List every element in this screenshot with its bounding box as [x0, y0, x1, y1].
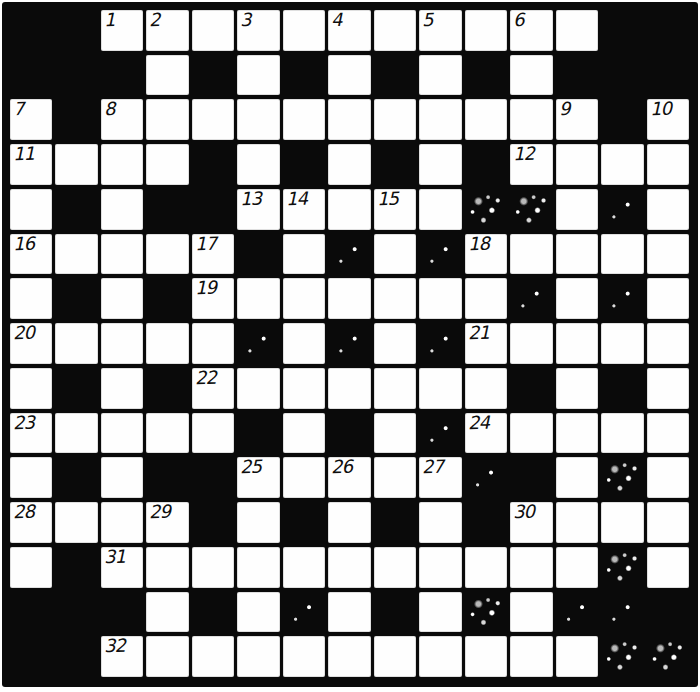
black-square-r12c11	[465, 502, 507, 543]
black-square-r12c9	[374, 502, 416, 543]
white-square-r14c12[interactable]	[510, 592, 552, 633]
white-square-r9c9[interactable]	[374, 368, 416, 409]
black-square-r13c14	[601, 547, 643, 588]
black-square-r5c2	[55, 189, 97, 230]
black-square-r9c14	[601, 368, 643, 409]
white-square-r10c3[interactable]	[101, 413, 143, 454]
black-square-r14c11	[465, 592, 507, 633]
white-square-r12c15[interactable]	[647, 502, 689, 543]
white-square-r3c12[interactable]	[510, 99, 552, 140]
clue-number-21: 21	[467, 324, 489, 344]
white-square-r1c11[interactable]	[465, 10, 507, 51]
black-square-r15c14	[601, 636, 643, 677]
black-square-r2c14	[601, 55, 643, 96]
white-square-r7c13[interactable]	[556, 278, 598, 319]
white-square-r1c13[interactable]	[556, 10, 598, 51]
white-square-r10c9[interactable]	[374, 413, 416, 454]
white-square-r8c11[interactable]: 21	[465, 323, 507, 364]
black-square-r14c14	[601, 592, 643, 633]
black-square-r14c15	[647, 592, 689, 633]
black-square-r12c7	[283, 502, 325, 543]
white-square-r14c8[interactable]	[328, 592, 370, 633]
black-square-r12c5	[192, 502, 234, 543]
white-square-r7c11[interactable]	[465, 278, 507, 319]
white-square-r11c10[interactable]: 27	[419, 457, 461, 498]
white-square-r9c11[interactable]	[465, 368, 507, 409]
white-square-r1c9[interactable]	[374, 10, 416, 51]
black-square-r8c6	[237, 323, 279, 364]
white-square-r10c11[interactable]: 24	[465, 413, 507, 454]
clue-number-10: 10	[649, 100, 671, 120]
white-square-r7c1[interactable]	[10, 278, 52, 319]
white-square-r7c3[interactable]	[101, 278, 143, 319]
white-square-r12c14[interactable]	[601, 502, 643, 543]
black-square-r11c14	[601, 457, 643, 498]
black-square-r9c4	[146, 368, 188, 409]
white-square-r7c8[interactable]	[328, 278, 370, 319]
black-square-r6c10	[419, 234, 461, 275]
white-square-r13c3[interactable]: 31	[101, 547, 143, 588]
white-square-r15c8[interactable]	[328, 636, 370, 677]
black-square-r1c15	[647, 10, 689, 51]
clue-number-24: 24	[467, 413, 489, 433]
white-square-r13c11[interactable]	[465, 547, 507, 588]
white-square-r7c10[interactable]	[419, 278, 461, 319]
white-square-r9c1[interactable]	[10, 368, 52, 409]
black-square-r6c6	[237, 234, 279, 275]
white-square-r11c3[interactable]	[101, 457, 143, 498]
clue-number-1: 1	[104, 11, 115, 30]
black-square-r14c13	[556, 592, 598, 633]
white-square-r3c8[interactable]	[328, 99, 370, 140]
black-square-r7c14	[601, 278, 643, 319]
white-square-r9c3[interactable]	[101, 368, 143, 409]
black-square-r6c8	[328, 234, 370, 275]
white-square-r1c5[interactable]	[192, 10, 234, 51]
clue-number-20: 20	[13, 324, 35, 344]
white-square-r3c7[interactable]	[283, 99, 325, 140]
clue-number-19: 19	[195, 279, 217, 299]
black-square-r3c14	[601, 99, 643, 140]
white-square-r3c15[interactable]: 10	[647, 99, 689, 140]
clue-number-28: 28	[13, 503, 35, 523]
black-square-r2c9	[374, 55, 416, 96]
white-square-r13c10[interactable]	[419, 547, 461, 588]
white-square-r6c7[interactable]	[283, 234, 325, 275]
clue-number-2: 2	[149, 11, 160, 30]
white-square-r5c15[interactable]	[647, 189, 689, 230]
white-square-r10c7[interactable]	[283, 413, 325, 454]
white-square-r11c6[interactable]: 25	[237, 457, 279, 498]
black-square-r4c5	[192, 144, 234, 185]
white-square-r12c12[interactable]: 30	[510, 502, 552, 543]
white-square-r6c12[interactable]	[510, 234, 552, 275]
clue-number-25: 25	[240, 458, 262, 478]
black-square-r15c1	[10, 636, 52, 677]
black-square-r10c6	[237, 413, 279, 454]
clue-number-22: 22	[195, 369, 217, 389]
white-square-r15c4[interactable]	[146, 636, 188, 677]
white-square-r13c12[interactable]	[510, 547, 552, 588]
white-square-r6c5[interactable]: 17	[192, 234, 234, 275]
black-square-r11c2	[55, 457, 97, 498]
white-square-r8c15[interactable]	[647, 323, 689, 364]
white-square-r8c14[interactable]	[601, 323, 643, 364]
white-square-r13c8[interactable]	[328, 547, 370, 588]
white-square-r6c13[interactable]	[556, 234, 598, 275]
white-square-r7c9[interactable]	[374, 278, 416, 319]
white-square-r8c13[interactable]	[556, 323, 598, 364]
white-square-r8c12[interactable]	[510, 323, 552, 364]
white-square-r10c12[interactable]	[510, 413, 552, 454]
clue-number-5: 5	[422, 11, 433, 30]
black-square-r14c7	[283, 592, 325, 633]
white-square-r8c1[interactable]: 20	[10, 323, 52, 364]
white-square-r9c6[interactable]	[237, 368, 279, 409]
white-square-r10c13[interactable]	[556, 413, 598, 454]
white-square-r10c1[interactable]: 23	[10, 413, 52, 454]
white-square-r9c7[interactable]	[283, 368, 325, 409]
white-square-r3c11[interactable]	[465, 99, 507, 140]
white-square-r2c6[interactable]	[237, 55, 279, 96]
clue-number-13: 13	[240, 190, 262, 210]
white-square-r1c3[interactable]: 1	[101, 10, 143, 51]
white-square-r4c1[interactable]: 11	[10, 144, 52, 185]
black-square-r14c5	[192, 592, 234, 633]
white-square-r15c12[interactable]	[510, 636, 552, 677]
black-square-r2c2	[55, 55, 97, 96]
white-square-r15c7[interactable]	[283, 636, 325, 677]
clue-number-14: 14	[285, 190, 307, 210]
white-square-r2c10[interactable]	[419, 55, 461, 96]
black-square-r11c12	[510, 457, 552, 498]
black-square-r2c3	[101, 55, 143, 96]
white-square-r11c1[interactable]	[10, 457, 52, 498]
black-square-r5c11	[465, 189, 507, 230]
white-square-r15c6[interactable]	[237, 636, 279, 677]
white-square-r3c1[interactable]: 7	[10, 99, 52, 140]
white-square-r6c9[interactable]	[374, 234, 416, 275]
white-square-r11c7[interactable]	[283, 457, 325, 498]
black-square-r1c14	[601, 10, 643, 51]
white-square-r1c6[interactable]: 3	[237, 10, 279, 51]
white-square-r5c9[interactable]: 15	[374, 189, 416, 230]
white-square-r4c15[interactable]	[647, 144, 689, 185]
white-square-r13c1[interactable]	[10, 547, 52, 588]
clue-number-11: 11	[13, 145, 35, 165]
white-square-r4c14[interactable]	[601, 144, 643, 185]
white-square-r12c2[interactable]	[55, 502, 97, 543]
black-square-r1c1	[10, 10, 52, 51]
white-square-r4c6[interactable]	[237, 144, 279, 185]
white-square-r2c12[interactable]	[510, 55, 552, 96]
white-square-r11c8[interactable]: 26	[328, 457, 370, 498]
black-square-r8c8	[328, 323, 370, 364]
white-square-r12c10[interactable]	[419, 502, 461, 543]
white-square-r4c10[interactable]	[419, 144, 461, 185]
white-square-r3c5[interactable]	[192, 99, 234, 140]
clue-number-15: 15	[376, 190, 398, 210]
black-square-r7c12	[510, 278, 552, 319]
black-square-r3c2	[55, 99, 97, 140]
black-square-r8c10	[419, 323, 461, 364]
white-square-r12c8[interactable]	[328, 502, 370, 543]
clue-number-3: 3	[240, 11, 251, 30]
white-square-r3c6[interactable]	[237, 99, 279, 140]
white-square-r5c7[interactable]: 14	[283, 189, 325, 230]
white-square-r9c5[interactable]: 22	[192, 368, 234, 409]
white-square-r3c3[interactable]: 8	[101, 99, 143, 140]
white-square-r3c10[interactable]	[419, 99, 461, 140]
white-square-r6c15[interactable]	[647, 234, 689, 275]
black-square-r7c2	[55, 278, 97, 319]
white-square-r9c13[interactable]	[556, 368, 598, 409]
clue-number-4: 4	[331, 11, 342, 30]
black-square-r14c9	[374, 592, 416, 633]
black-square-r2c13	[556, 55, 598, 96]
black-square-r2c7	[283, 55, 325, 96]
white-square-r5c10[interactable]	[419, 189, 461, 230]
white-square-r13c7[interactable]	[283, 547, 325, 588]
white-square-r2c4[interactable]	[146, 55, 188, 96]
black-square-r4c7	[283, 144, 325, 185]
black-square-r4c9	[374, 144, 416, 185]
white-square-r9c10[interactable]	[419, 368, 461, 409]
black-square-r11c11	[465, 457, 507, 498]
white-square-r1c8[interactable]: 4	[328, 10, 370, 51]
white-square-r6c2[interactable]	[55, 234, 97, 275]
white-square-r1c12[interactable]: 6	[510, 10, 552, 51]
white-square-r13c15[interactable]	[647, 547, 689, 588]
white-square-r4c8[interactable]	[328, 144, 370, 185]
clue-number-6: 6	[513, 11, 524, 30]
black-square-r7c4	[146, 278, 188, 319]
white-square-r8c4[interactable]	[146, 323, 188, 364]
white-square-r3c9[interactable]	[374, 99, 416, 140]
white-square-r7c6[interactable]	[237, 278, 279, 319]
clue-number-12: 12	[513, 145, 535, 165]
white-square-r10c5[interactable]	[192, 413, 234, 454]
white-square-r8c5[interactable]	[192, 323, 234, 364]
white-square-r14c4[interactable]	[146, 592, 188, 633]
crossword-grid: 1234567891011121314151617181920212223242…	[10, 10, 689, 677]
white-square-r10c4[interactable]	[146, 413, 188, 454]
white-square-r4c13[interactable]	[556, 144, 598, 185]
clue-number-26: 26	[331, 458, 353, 478]
white-square-r15c13[interactable]	[556, 636, 598, 677]
black-square-r4c11	[465, 144, 507, 185]
white-square-r1c7[interactable]	[283, 10, 325, 51]
white-square-r15c9[interactable]	[374, 636, 416, 677]
white-square-r12c13[interactable]	[556, 502, 598, 543]
white-square-r14c6[interactable]	[237, 592, 279, 633]
white-square-r9c8[interactable]	[328, 368, 370, 409]
black-square-r15c15	[647, 636, 689, 677]
white-square-r12c4[interactable]: 29	[146, 502, 188, 543]
clue-number-23: 23	[13, 413, 35, 433]
black-square-r5c14	[601, 189, 643, 230]
white-square-r4c2[interactable]	[55, 144, 97, 185]
white-square-r6c1[interactable]: 16	[10, 234, 52, 275]
white-square-r5c1[interactable]	[10, 189, 52, 230]
white-square-r1c10[interactable]: 5	[419, 10, 461, 51]
black-square-r2c15	[647, 55, 689, 96]
crossword-board: 1234567891011121314151617181920212223242…	[2, 2, 698, 687]
white-square-r13c5[interactable]	[192, 547, 234, 588]
black-square-r14c1	[10, 592, 52, 633]
black-square-r9c12	[510, 368, 552, 409]
white-square-r13c6[interactable]	[237, 547, 279, 588]
clue-number-17: 17	[195, 234, 217, 254]
white-square-r6c14[interactable]	[601, 234, 643, 275]
white-square-r10c14[interactable]	[601, 413, 643, 454]
white-square-r5c3[interactable]	[101, 189, 143, 230]
clue-number-31: 31	[104, 547, 126, 567]
white-square-r11c13[interactable]	[556, 457, 598, 498]
black-square-r1c2	[55, 10, 97, 51]
white-square-r15c11[interactable]	[465, 636, 507, 677]
white-square-r1c4[interactable]: 2	[146, 10, 188, 51]
white-square-r12c3[interactable]	[101, 502, 143, 543]
white-square-r13c9[interactable]	[374, 547, 416, 588]
black-square-r10c8	[328, 413, 370, 454]
white-square-r6c4[interactable]	[146, 234, 188, 275]
white-square-r13c13[interactable]	[556, 547, 598, 588]
white-square-r15c3[interactable]: 32	[101, 636, 143, 677]
clue-number-18: 18	[467, 234, 489, 254]
clue-number-16: 16	[13, 234, 35, 254]
white-square-r8c7[interactable]	[283, 323, 325, 364]
black-square-r13c2	[55, 547, 97, 588]
black-square-r2c5	[192, 55, 234, 96]
white-square-r7c7[interactable]	[283, 278, 325, 319]
white-square-r8c2[interactable]	[55, 323, 97, 364]
puzzle-page: 1234567891011121314151617181920212223242…	[0, 0, 700, 692]
white-square-r15c10[interactable]	[419, 636, 461, 677]
black-square-r11c4	[146, 457, 188, 498]
white-square-r5c6[interactable]: 13	[237, 189, 279, 230]
black-square-r5c4	[146, 189, 188, 230]
black-square-r5c5	[192, 189, 234, 230]
black-square-r2c1	[10, 55, 52, 96]
white-square-r4c12[interactable]: 12	[510, 144, 552, 185]
white-square-r3c13[interactable]: 9	[556, 99, 598, 140]
white-square-r10c15[interactable]	[647, 413, 689, 454]
clue-number-32: 32	[104, 637, 126, 657]
white-square-r7c5[interactable]: 19	[192, 278, 234, 319]
clue-number-9: 9	[558, 100, 569, 119]
black-square-r14c2	[55, 592, 97, 633]
white-square-r6c3[interactable]	[101, 234, 143, 275]
clue-number-8: 8	[104, 100, 115, 119]
white-square-r14c10[interactable]	[419, 592, 461, 633]
white-square-r5c8[interactable]	[328, 189, 370, 230]
white-square-r8c3[interactable]	[101, 323, 143, 364]
white-square-r4c3[interactable]	[101, 144, 143, 185]
black-square-r5c12	[510, 189, 552, 230]
clue-number-7: 7	[13, 100, 24, 119]
black-square-r9c2	[55, 368, 97, 409]
white-square-r12c6[interactable]	[237, 502, 279, 543]
white-square-r7c15[interactable]	[647, 278, 689, 319]
white-square-r11c15[interactable]	[647, 457, 689, 498]
white-square-r9c15[interactable]	[647, 368, 689, 409]
clue-number-30: 30	[513, 503, 535, 523]
white-square-r11c9[interactable]	[374, 457, 416, 498]
white-square-r10c2[interactable]	[55, 413, 97, 454]
white-square-r5c13[interactable]	[556, 189, 598, 230]
black-square-r10c10	[419, 413, 461, 454]
black-square-r15c2	[55, 636, 97, 677]
white-square-r12c1[interactable]: 28	[10, 502, 52, 543]
white-square-r3c4[interactable]	[146, 99, 188, 140]
white-square-r13c4[interactable]	[146, 547, 188, 588]
white-square-r2c8[interactable]	[328, 55, 370, 96]
black-square-r14c3	[101, 592, 143, 633]
clue-number-27: 27	[422, 458, 444, 478]
white-square-r4c4[interactable]	[146, 144, 188, 185]
white-square-r6c11[interactable]: 18	[465, 234, 507, 275]
clue-number-29: 29	[149, 503, 171, 523]
black-square-r2c11	[465, 55, 507, 96]
black-square-r11c5	[192, 457, 234, 498]
white-square-r15c5[interactable]	[192, 636, 234, 677]
white-square-r8c9[interactable]	[374, 323, 416, 364]
